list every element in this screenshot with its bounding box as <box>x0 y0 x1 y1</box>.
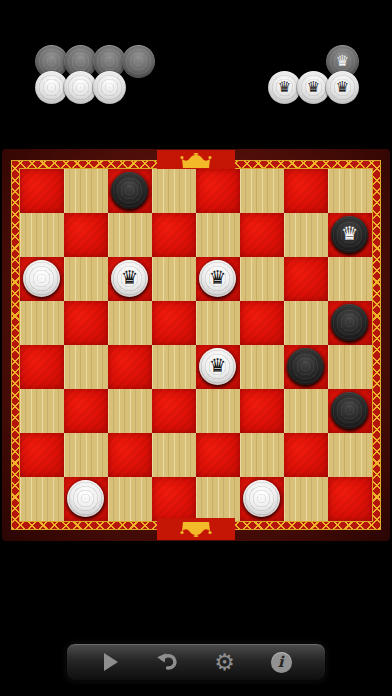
gear-icon: ⚙ <box>214 651 235 674</box>
square-h7[interactable]: ♛ <box>328 213 372 257</box>
square-h8[interactable] <box>328 169 372 213</box>
square-f3[interactable] <box>240 389 284 433</box>
black-man[interactable] <box>111 172 148 209</box>
square-c6[interactable]: ♛ <box>108 257 152 301</box>
crown-icon: ♛ <box>209 356 226 375</box>
crown-icon: ♛ <box>336 80 349 95</box>
square-b3[interactable] <box>64 389 108 433</box>
square-e1[interactable] <box>196 477 240 521</box>
undo-button[interactable] <box>148 645 188 679</box>
crown-icon: ♛ <box>121 268 138 287</box>
tray-row: ♛♛♛ <box>268 71 359 104</box>
square-a2[interactable] <box>20 433 64 477</box>
square-c2[interactable] <box>108 433 152 477</box>
square-f5[interactable] <box>240 301 284 345</box>
board-ornate-border: ♛♛♛♛ <box>12 161 380 529</box>
info-icon: i <box>271 652 292 673</box>
undo-icon <box>156 652 180 672</box>
white-king[interactable]: ♛ <box>199 348 236 385</box>
square-g7[interactable] <box>284 213 328 257</box>
square-f8[interactable] <box>240 169 284 213</box>
square-e8[interactable] <box>196 169 240 213</box>
play-icon <box>103 653 119 671</box>
square-e5[interactable] <box>196 301 240 345</box>
square-h6[interactable] <box>328 257 372 301</box>
square-c3[interactable] <box>108 389 152 433</box>
black-king[interactable]: ♛ <box>331 216 368 253</box>
square-a1[interactable] <box>20 477 64 521</box>
square-h1[interactable] <box>328 477 372 521</box>
square-h3[interactable] <box>328 389 372 433</box>
square-d7[interactable] <box>152 213 196 257</box>
square-f6[interactable] <box>240 257 284 301</box>
square-d8[interactable] <box>152 169 196 213</box>
info-button[interactable]: i <box>262 645 302 679</box>
square-d3[interactable] <box>152 389 196 433</box>
tray-row <box>35 71 126 104</box>
square-h2[interactable] <box>328 433 372 477</box>
white-king[interactable]: ♛ <box>111 260 148 297</box>
square-h4[interactable] <box>328 345 372 389</box>
square-f4[interactable] <box>240 345 284 389</box>
square-d5[interactable] <box>152 301 196 345</box>
captured-dark-man <box>122 45 155 78</box>
square-g6[interactable] <box>284 257 328 301</box>
square-a8[interactable] <box>20 169 64 213</box>
square-f7[interactable] <box>240 213 284 257</box>
square-b7[interactable] <box>64 213 108 257</box>
square-a3[interactable] <box>20 389 64 433</box>
square-b5[interactable] <box>64 301 108 345</box>
square-g2[interactable] <box>284 433 328 477</box>
white-man[interactable] <box>23 260 60 297</box>
settings-button[interactable]: ⚙ <box>205 645 245 679</box>
crown-icon: ♛ <box>341 224 358 243</box>
crown-icon <box>179 153 213 169</box>
square-g5[interactable] <box>284 301 328 345</box>
board-grid: ♛♛♛♛ <box>20 169 372 521</box>
captured-tray-right: ♛♛♛♛ <box>268 45 359 104</box>
square-c4[interactable] <box>108 345 152 389</box>
square-b6[interactable] <box>64 257 108 301</box>
square-g1[interactable] <box>284 477 328 521</box>
white-king[interactable]: ♛ <box>199 260 236 297</box>
square-f2[interactable] <box>240 433 284 477</box>
square-d4[interactable] <box>152 345 196 389</box>
square-b2[interactable] <box>64 433 108 477</box>
square-a7[interactable] <box>20 213 64 257</box>
square-c8[interactable] <box>108 169 152 213</box>
square-c1[interactable] <box>108 477 152 521</box>
square-g3[interactable] <box>284 389 328 433</box>
square-e6[interactable]: ♛ <box>196 257 240 301</box>
square-e4[interactable]: ♛ <box>196 345 240 389</box>
square-g8[interactable] <box>284 169 328 213</box>
square-b1[interactable] <box>64 477 108 521</box>
black-man[interactable] <box>287 348 324 385</box>
black-man[interactable] <box>331 304 368 341</box>
white-man[interactable] <box>67 480 104 517</box>
crown-icon: ♛ <box>307 80 320 95</box>
crown-icon <box>179 521 213 537</box>
square-b8[interactable] <box>64 169 108 213</box>
square-a5[interactable] <box>20 301 64 345</box>
square-b4[interactable] <box>64 345 108 389</box>
square-e2[interactable] <box>196 433 240 477</box>
crown-icon: ♛ <box>336 54 349 69</box>
crown-icon: ♛ <box>209 268 226 287</box>
crown-emblem-bottom <box>157 518 235 540</box>
square-c5[interactable] <box>108 301 152 345</box>
square-a6[interactable] <box>20 257 64 301</box>
captured-tray-left <box>35 45 155 104</box>
play-button[interactable] <box>91 645 131 679</box>
square-d1[interactable] <box>152 477 196 521</box>
captured-light-king: ♛ <box>326 71 359 104</box>
toolbar: ⚙ i <box>66 643 326 681</box>
square-e3[interactable] <box>196 389 240 433</box>
checkers-board-frame: ♛♛♛♛ <box>2 149 390 541</box>
crown-icon: ♛ <box>278 80 291 95</box>
square-g4[interactable] <box>284 345 328 389</box>
square-d6[interactable] <box>152 257 196 301</box>
white-man[interactable] <box>243 480 280 517</box>
square-d2[interactable] <box>152 433 196 477</box>
square-f1[interactable] <box>240 477 284 521</box>
square-e7[interactable] <box>196 213 240 257</box>
captured-light-man <box>93 71 126 104</box>
square-a4[interactable] <box>20 345 64 389</box>
square-h5[interactable] <box>328 301 372 345</box>
square-c7[interactable] <box>108 213 152 257</box>
black-man[interactable] <box>331 392 368 429</box>
